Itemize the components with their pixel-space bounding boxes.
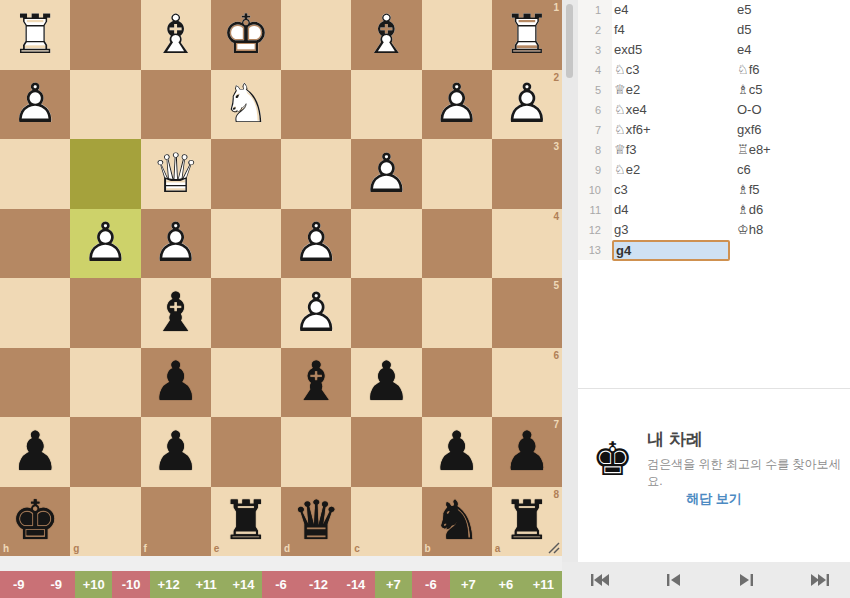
square-e3[interactable] — [211, 139, 281, 209]
move-white-8[interactable]: ♕f3 — [614, 140, 728, 160]
move-row-7: 7♘xf6+gxf6 — [578, 120, 850, 140]
square-g4[interactable]: ♟♙ — [70, 209, 140, 279]
step-back-icon — [667, 573, 680, 587]
eval-chip-8[interactable]: -6 — [262, 571, 299, 598]
move-white-5[interactable]: ♕e2 — [614, 80, 728, 100]
eval-chip-2[interactable]: -9 — [37, 571, 74, 598]
square-c7[interactable] — [351, 417, 421, 487]
square-g8[interactable]: g — [70, 487, 140, 557]
square-c3[interactable]: ♟♙ — [351, 139, 421, 209]
rank-label-3: 3 — [553, 141, 559, 152]
move-number: 4 — [578, 60, 612, 80]
square-c4[interactable] — [351, 209, 421, 279]
square-f5[interactable]: ♝ — [141, 278, 211, 348]
black-king-icon: ♚ — [592, 436, 633, 482]
previous-move-button[interactable] — [663, 572, 683, 588]
black-queen-d8[interactable]: ♛ — [281, 487, 351, 557]
square-a7[interactable]: 7♟ — [492, 417, 562, 487]
first-move-button[interactable] — [590, 572, 610, 588]
move-white-9[interactable]: ♘e2 — [614, 160, 728, 180]
move-row-6: 6♘xe4O-O — [578, 100, 850, 120]
move-white-7[interactable]: ♘xf6+ — [614, 120, 728, 140]
move-row-12: 12g3♔h8 — [578, 220, 850, 240]
square-e2[interactable]: ♞♘ — [211, 70, 281, 140]
square-d5[interactable]: ♟♙ — [281, 278, 351, 348]
rank-label-4: 4 — [553, 211, 559, 222]
black-bishop-d6[interactable]: ♝ — [281, 348, 351, 418]
skip-to-start-icon — [591, 573, 609, 587]
eval-chip-11[interactable]: +7 — [375, 571, 412, 598]
nav-bar — [562, 562, 850, 598]
move-white-10[interactable]: c3 — [614, 180, 728, 200]
square-d3[interactable] — [281, 139, 351, 209]
move-black-9[interactable]: c6 — [737, 160, 847, 180]
eval-chip-1[interactable]: -9 — [0, 571, 37, 598]
square-a4[interactable]: 4 — [492, 209, 562, 279]
turn-title: 내 차례 — [647, 428, 850, 451]
move-number: 12 — [578, 220, 612, 240]
turn-subtitle: 검은색을 위한 최고의 수를 찾아보세요. — [647, 456, 850, 490]
black-king-h8[interactable]: ♚ — [0, 487, 70, 557]
white-pawn-d5[interactable]: ♟♙ — [281, 278, 351, 348]
rank-label-6: 6 — [553, 350, 559, 361]
black-bishop-f5[interactable]: ♝ — [141, 278, 211, 348]
move-number: 6 — [578, 100, 612, 120]
square-d6[interactable]: ♝ — [281, 348, 351, 418]
move-black-10[interactable]: ♗f5 — [737, 180, 847, 200]
square-b2[interactable]: ♟♙ — [422, 70, 492, 140]
white-king-e1[interactable]: ♚♔ — [211, 0, 281, 70]
square-c8[interactable]: c — [351, 487, 421, 557]
square-h4[interactable] — [0, 209, 70, 279]
square-a8[interactable]: 8a♜ — [492, 487, 562, 557]
move-row-5: 5♕e2♗c5 — [578, 80, 850, 100]
square-g1[interactable] — [70, 0, 140, 70]
move-white-1[interactable]: e4 — [614, 0, 728, 20]
white-pawn-d4[interactable]: ♟♙ — [281, 209, 351, 279]
move-row-13: 13g4 — [578, 240, 850, 262]
skip-to-end-icon — [811, 573, 829, 587]
file-label-f: f — [144, 543, 147, 554]
black-pawn-f7[interactable]: ♟ — [141, 417, 211, 487]
square-d1[interactable] — [281, 0, 351, 70]
move-number: 9 — [578, 160, 612, 180]
white-pawn-c3[interactable]: ♟♙ — [351, 139, 421, 209]
eval-chip-15[interactable]: +11 — [525, 571, 562, 598]
square-d2[interactable] — [281, 70, 351, 140]
turn-indicator: ♚ 내 차례 검은색을 위한 최고의 수를 찾아보세요. — [592, 428, 850, 490]
move-number: 7 — [578, 120, 612, 140]
eval-chip-13[interactable]: +7 — [450, 571, 487, 598]
move-white-6[interactable]: ♘xe4 — [614, 100, 728, 120]
eval-chip-3[interactable]: +10 — [75, 571, 112, 598]
square-b1[interactable] — [422, 0, 492, 70]
move-white-3[interactable]: exd5 — [614, 40, 728, 60]
square-g7[interactable] — [70, 417, 140, 487]
square-h6[interactable] — [0, 348, 70, 418]
square-a5[interactable]: 5 — [492, 278, 562, 348]
white-pawn-a2[interactable]: ♟♙ — [492, 70, 562, 140]
eval-chips: -9-9+10-10+12+11+14-6-12-14+7-6+7+6+11 — [0, 571, 562, 598]
move-number: 1 — [578, 0, 612, 20]
white-knight-e2[interactable]: ♞♘ — [211, 70, 281, 140]
move-black-8[interactable]: ♖e8+ — [737, 140, 847, 160]
square-g2[interactable] — [70, 70, 140, 140]
square-f6[interactable]: ♟ — [141, 348, 211, 418]
square-f8[interactable]: f — [141, 487, 211, 557]
next-move-button[interactable] — [737, 572, 757, 588]
rank-label-5: 5 — [553, 280, 559, 291]
square-b8[interactable]: b♞ — [422, 487, 492, 557]
white-pawn-f4[interactable]: ♟♙ — [141, 209, 211, 279]
square-h1[interactable]: ♜♖ — [0, 0, 70, 70]
square-b5[interactable] — [422, 278, 492, 348]
board-resize-handle-icon[interactable] — [548, 542, 560, 554]
white-rook-h1[interactable]: ♜♖ — [0, 0, 70, 70]
turn-text: 내 차례 검은색을 위한 최고의 수를 찾아보세요. — [647, 428, 850, 490]
move-row-10: 10c3♗f5 — [578, 180, 850, 200]
eval-chip-5[interactable]: +12 — [150, 571, 187, 598]
square-f2[interactable] — [141, 70, 211, 140]
square-d7[interactable] — [281, 417, 351, 487]
square-b4[interactable] — [422, 209, 492, 279]
square-g3[interactable] — [70, 139, 140, 209]
move-row-11: 11d4♗d6 — [578, 200, 850, 220]
square-f4[interactable]: ♟♙ — [141, 209, 211, 279]
square-g6[interactable] — [70, 348, 140, 418]
move-black-5[interactable]: ♗c5 — [737, 80, 847, 100]
move-number: 8 — [578, 140, 612, 160]
eval-bar-area: -9-9+10-10+12+11+14-6-12-14+7-6+7+6+11 — [0, 556, 562, 598]
black-rook-e8[interactable]: ♜ — [211, 487, 281, 557]
step-forward-icon — [740, 573, 753, 587]
square-f7[interactable]: ♟ — [141, 417, 211, 487]
move-black-12[interactable]: ♔h8 — [737, 220, 847, 240]
square-f3[interactable]: ♛♕ — [141, 139, 211, 209]
move-row-3: 3exd5e4 — [578, 40, 850, 60]
move-row-2: 2f4d5 — [578, 20, 850, 40]
eval-chip-10[interactable]: -14 — [337, 571, 374, 598]
eval-chip-7[interactable]: +14 — [225, 571, 262, 598]
square-a2[interactable]: 2♟♙ — [492, 70, 562, 140]
square-e5[interactable] — [211, 278, 281, 348]
eval-chip-4[interactable]: -10 — [112, 571, 149, 598]
move-number: 2 — [578, 20, 612, 40]
square-e8[interactable]: e♜ — [211, 487, 281, 557]
move-black-2[interactable]: d5 — [737, 20, 847, 40]
eval-chip-6[interactable]: +11 — [187, 571, 224, 598]
square-a1[interactable]: 1♜♖ — [492, 0, 562, 70]
move-number: 11 — [578, 200, 612, 220]
square-a3[interactable]: 3 — [492, 139, 562, 209]
black-pawn-h7[interactable]: ♟ — [0, 417, 70, 487]
white-bishop-f1[interactable]: ♝♗ — [141, 0, 211, 70]
move-number: 5 — [578, 80, 612, 100]
white-bishop-c1[interactable]: ♝♗ — [351, 0, 421, 70]
black-pawn-a7[interactable]: ♟ — [492, 417, 562, 487]
square-b3[interactable] — [422, 139, 492, 209]
file-label-c: c — [354, 543, 360, 554]
black-pawn-b7[interactable]: ♟ — [422, 417, 492, 487]
eval-chip-9[interactable]: -12 — [300, 571, 337, 598]
panel-divider — [578, 388, 850, 389]
move-row-4: 4♘c3♘f6 — [578, 60, 850, 80]
black-pawn-f6[interactable]: ♟ — [141, 348, 211, 418]
move-row-1: 1e4e5 — [578, 0, 850, 20]
white-pawn-h2[interactable]: ♟♙ — [0, 70, 70, 140]
eval-chip-12[interactable]: -6 — [412, 571, 449, 598]
square-g5[interactable] — [70, 278, 140, 348]
white-rook-a1[interactable]: ♜♖ — [492, 0, 562, 70]
square-c1[interactable]: ♝♗ — [351, 0, 421, 70]
eval-chip-14[interactable]: +6 — [487, 571, 524, 598]
move-white-2[interactable]: f4 — [614, 20, 728, 40]
square-c2[interactable] — [351, 70, 421, 140]
black-knight-b8[interactable]: ♞ — [422, 487, 492, 557]
move-list: 1e4e52f4d53exd5e44♘c3♘f65♕e2♗c56♘xe4O-O7… — [578, 0, 850, 262]
square-e1[interactable]: ♚♔ — [211, 0, 281, 70]
chess-puzzle-app: ♜♖♝♗♚♔♝♗1♜♖♟♙♞♘♟♙2♟♙♛♕♟♙3♟♙♟♙♟♙4♝♟♙5♟♝♟6… — [0, 0, 850, 598]
square-c5[interactable] — [351, 278, 421, 348]
scrollbar-track[interactable] — [562, 0, 578, 562]
chess-board[interactable]: ♜♖♝♗♚♔♝♗1♜♖♟♙♞♘♟♙2♟♙♛♕♟♙3♟♙♟♙♟♙4♝♟♙5♟♝♟6… — [0, 0, 562, 556]
square-d8[interactable]: d♛ — [281, 487, 351, 557]
square-b6[interactable] — [422, 348, 492, 418]
square-h8[interactable]: h♚ — [0, 487, 70, 557]
square-h2[interactable]: ♟♙ — [0, 70, 70, 140]
square-d4[interactable]: ♟♙ — [281, 209, 351, 279]
move-number: 10 — [578, 180, 612, 200]
square-b7[interactable]: ♟ — [422, 417, 492, 487]
square-e7[interactable] — [211, 417, 281, 487]
selected-move-white-13[interactable]: g4 — [612, 240, 730, 261]
square-h5[interactable] — [0, 278, 70, 348]
move-row-9: 9♘e2c6 — [578, 160, 850, 180]
move-black-7[interactable]: gxf6 — [737, 120, 847, 140]
move-panel: 1e4e52f4d53exd5e44♘c3♘f65♕e2♗c56♘xe4O-O7… — [578, 0, 850, 562]
show-solution-link[interactable]: 해답 보기 — [578, 490, 850, 508]
file-label-g: g — [73, 543, 79, 554]
move-black-4[interactable]: ♘f6 — [737, 60, 847, 80]
square-e6[interactable] — [211, 348, 281, 418]
white-pawn-g4[interactable]: ♟♙ — [70, 209, 140, 279]
move-black-1[interactable]: e5 — [737, 0, 847, 20]
move-black-11[interactable]: ♗d6 — [737, 200, 847, 220]
move-black-3[interactable]: e4 — [737, 40, 847, 60]
square-f1[interactable]: ♝♗ — [141, 0, 211, 70]
black-pawn-c6[interactable]: ♟ — [351, 348, 421, 418]
move-white-11[interactable]: d4 — [614, 200, 728, 220]
move-number: 13 — [578, 240, 612, 260]
square-h7[interactable]: ♟ — [0, 417, 70, 487]
last-move-button[interactable] — [810, 572, 830, 588]
square-c6[interactable]: ♟ — [351, 348, 421, 418]
square-a6[interactable]: 6 — [492, 348, 562, 418]
scrollbar-thumb[interactable] — [566, 4, 573, 78]
move-white-4[interactable]: ♘c3 — [614, 60, 728, 80]
white-pawn-b2[interactable]: ♟♙ — [422, 70, 492, 140]
move-white-12[interactable]: g3 — [614, 220, 728, 240]
square-h3[interactable] — [0, 139, 70, 209]
move-row-8: 8♕f3♖e8+ — [578, 140, 850, 160]
white-queen-f3[interactable]: ♛♕ — [141, 139, 211, 209]
square-e4[interactable] — [211, 209, 281, 279]
move-black-6[interactable]: O-O — [737, 100, 847, 120]
move-number: 3 — [578, 40, 612, 60]
